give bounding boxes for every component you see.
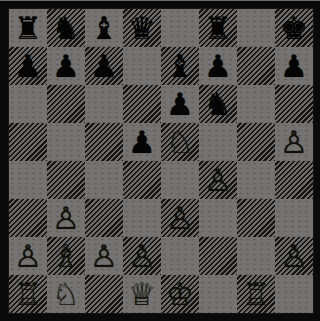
- black-pawn-icon: ♟: [90, 47, 118, 85]
- square-d8: ♛: [123, 9, 161, 47]
- square-e8: [161, 9, 199, 47]
- square-f5: [199, 123, 237, 161]
- black-rook-icon: ♜: [14, 9, 42, 47]
- square-d4: [123, 161, 161, 199]
- white-pawn-icon: ♙: [280, 237, 308, 275]
- square-h2: ♙: [275, 237, 313, 275]
- square-b6: [47, 85, 85, 123]
- square-d3: [123, 199, 161, 237]
- white-queen-icon: ♕: [128, 275, 156, 313]
- white-pawn-icon: ♙: [204, 161, 232, 199]
- square-g4: [237, 161, 275, 199]
- square-e7: ♝: [161, 47, 199, 85]
- white-pawn-icon: ♙: [128, 237, 156, 275]
- white-knight-icon: ♘: [166, 123, 194, 161]
- square-d7: [123, 47, 161, 85]
- square-c2: ♙: [85, 237, 123, 275]
- square-d1: ♕: [123, 275, 161, 313]
- square-f7: ♟: [199, 47, 237, 85]
- black-rook-icon: ♜: [204, 9, 232, 47]
- chess-board: ♜♞♝♛♜♚♟♟♟♝♟♟♟♞♟♘♙♙♙♙♙♗♙♙♙♖♘♕♔♖: [8, 8, 314, 314]
- square-b7: ♟: [47, 47, 85, 85]
- square-h1: [275, 275, 313, 313]
- square-h7: ♟: [275, 47, 313, 85]
- square-f3: [199, 199, 237, 237]
- square-b1: ♘: [47, 275, 85, 313]
- square-c6: [85, 85, 123, 123]
- square-c3: [85, 199, 123, 237]
- square-b4: [47, 161, 85, 199]
- square-h5: ♙: [275, 123, 313, 161]
- diagram-frame: ♜♞♝♛♜♚♟♟♟♝♟♟♟♞♟♘♙♙♙♙♙♗♙♙♙♖♘♕♔♖: [0, 0, 320, 321]
- square-e6: ♟: [161, 85, 199, 123]
- square-c7: ♟: [85, 47, 123, 85]
- black-pawn-icon: ♟: [128, 123, 156, 161]
- square-a4: [9, 161, 47, 199]
- square-h8: ♚: [275, 9, 313, 47]
- square-f1: [199, 275, 237, 313]
- square-d5: ♟: [123, 123, 161, 161]
- square-b8: ♞: [47, 9, 85, 47]
- square-g7: [237, 47, 275, 85]
- square-c4: [85, 161, 123, 199]
- black-bishop-icon: ♝: [90, 9, 118, 47]
- white-pawn-icon: ♙: [166, 199, 194, 237]
- square-e1: ♔: [161, 275, 199, 313]
- square-b2: ♗: [47, 237, 85, 275]
- black-pawn-icon: ♟: [204, 47, 232, 85]
- black-knight-icon: ♞: [204, 85, 232, 123]
- white-pawn-icon: ♙: [14, 237, 42, 275]
- square-a7: ♟: [9, 47, 47, 85]
- square-b3: ♙: [47, 199, 85, 237]
- square-d2: ♙: [123, 237, 161, 275]
- square-a8: ♜: [9, 9, 47, 47]
- square-g3: [237, 199, 275, 237]
- square-a1: ♖: [9, 275, 47, 313]
- square-a6: [9, 85, 47, 123]
- square-a3: [9, 199, 47, 237]
- white-pawn-icon: ♙: [90, 237, 118, 275]
- black-pawn-icon: ♟: [52, 47, 80, 85]
- white-knight-icon: ♘: [52, 275, 80, 313]
- square-e4: [161, 161, 199, 199]
- black-pawn-icon: ♟: [280, 47, 308, 85]
- square-f8: ♜: [199, 9, 237, 47]
- square-g1: ♖: [237, 275, 275, 313]
- square-e5: ♘: [161, 123, 199, 161]
- white-pawn-icon: ♙: [52, 199, 80, 237]
- black-king-icon: ♚: [280, 9, 308, 47]
- square-f6: ♞: [199, 85, 237, 123]
- square-h4: [275, 161, 313, 199]
- square-d6: [123, 85, 161, 123]
- square-b5: [47, 123, 85, 161]
- black-knight-icon: ♞: [52, 9, 80, 47]
- black-queen-icon: ♛: [128, 9, 156, 47]
- black-pawn-icon: ♟: [14, 47, 42, 85]
- square-g8: [237, 9, 275, 47]
- white-bishop-icon: ♗: [52, 237, 80, 275]
- square-g6: [237, 85, 275, 123]
- square-h3: [275, 199, 313, 237]
- square-c5: [85, 123, 123, 161]
- square-e2: [161, 237, 199, 275]
- square-c8: ♝: [85, 9, 123, 47]
- white-rook-icon: ♖: [14, 275, 42, 313]
- black-bishop-icon: ♝: [166, 47, 194, 85]
- square-c1: [85, 275, 123, 313]
- square-f2: [199, 237, 237, 275]
- square-g2: [237, 237, 275, 275]
- square-a2: ♙: [9, 237, 47, 275]
- square-e3: ♙: [161, 199, 199, 237]
- white-king-icon: ♔: [166, 275, 194, 313]
- square-h6: [275, 85, 313, 123]
- white-rook-icon: ♖: [242, 275, 270, 313]
- white-pawn-icon: ♙: [280, 123, 308, 161]
- black-pawn-icon: ♟: [166, 85, 194, 123]
- square-g5: [237, 123, 275, 161]
- square-f4: ♙: [199, 161, 237, 199]
- square-a5: [9, 123, 47, 161]
